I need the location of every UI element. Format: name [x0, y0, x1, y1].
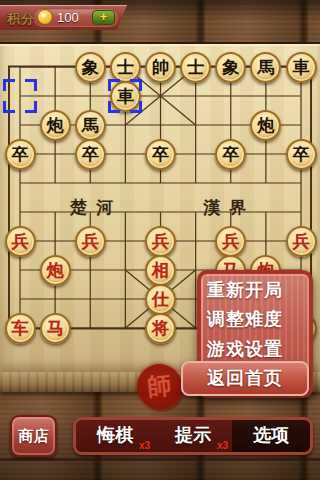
piece-black[interactable]: 卒	[5, 139, 36, 170]
coin-balance-value: 100	[57, 10, 79, 25]
piece-black[interactable]: 卒	[75, 139, 106, 170]
options-label: 选项	[253, 425, 289, 445]
undo-label: 悔棋	[97, 425, 133, 445]
pause-menu-items: 重新开局调整难度游戏设置返回首页	[197, 276, 313, 393]
piece-red[interactable]: 兵	[75, 226, 106, 257]
piece-red[interactable]: 兵	[5, 226, 36, 257]
piece-red[interactable]: 兵	[145, 226, 176, 257]
move-origin-marker	[3, 79, 37, 113]
piece-red[interactable]: 车	[5, 313, 36, 344]
add-coins-button[interactable]: +	[92, 10, 115, 25]
piece-black[interactable]: 士	[180, 52, 211, 83]
action-bar: 悔棋 x3 提示 x3 选项	[73, 417, 313, 455]
piece-red[interactable]: 兵	[286, 226, 317, 257]
piece-red[interactable]: 兵	[215, 226, 246, 257]
menu-item-1[interactable]: 重新开局	[197, 276, 313, 305]
selected-square-marker	[108, 79, 142, 113]
undo-button[interactable]: 悔棋 x3	[76, 420, 154, 452]
piece-black[interactable]: 馬	[250, 52, 281, 83]
piece-red[interactable]: 仕	[145, 284, 176, 315]
piece-red[interactable]: 将	[145, 313, 176, 344]
river-label-right: 漢界	[203, 196, 255, 219]
piece-black[interactable]: 車	[286, 52, 317, 83]
piece-black[interactable]: 炮	[40, 110, 71, 141]
score-banner: 积分 100 +	[0, 5, 127, 30]
piece-black[interactable]: 卒	[145, 139, 176, 170]
menu-item-2[interactable]: 调整难度	[197, 305, 313, 334]
piece-black[interactable]: 士	[110, 52, 141, 83]
wood-plank-seam	[0, 458, 320, 461]
piece-red[interactable]: 炮	[40, 255, 71, 286]
app-screen: 积分 100 + 楚河 漢界 象士帥士象馬車車炮馬炮卒卒卒卒卒兵兵兵兵兵炮相马炮…	[0, 0, 320, 480]
piece-black[interactable]: 炮	[250, 110, 281, 141]
menu-item-4[interactable]: 返回首页	[197, 364, 313, 393]
menu-item-3[interactable]: 游戏设置	[197, 335, 313, 364]
undo-count-badge: x3	[139, 441, 150, 451]
piece-red[interactable]: 相	[145, 255, 176, 286]
shop-button[interactable]: 商店	[10, 415, 57, 457]
gold-coin-icon	[37, 9, 53, 25]
piece-red[interactable]: 马	[40, 313, 71, 344]
hint-button[interactable]: 提示 x3	[154, 420, 232, 452]
hint-label: 提示	[175, 425, 211, 445]
score-label: 积分	[7, 10, 35, 28]
piece-black[interactable]: 象	[75, 52, 106, 83]
coin-balance-pill: 100 +	[33, 8, 119, 27]
river-label-left: 楚河	[70, 196, 122, 219]
piece-black[interactable]: 象	[215, 52, 246, 83]
hint-count-badge: x3	[217, 441, 228, 451]
piece-black[interactable]: 卒	[215, 139, 246, 170]
piece-black[interactable]: 卒	[286, 139, 317, 170]
options-button[interactable]: 选项	[232, 420, 310, 452]
piece-black[interactable]: 帥	[145, 52, 176, 83]
piece-black[interactable]: 馬	[75, 110, 106, 141]
